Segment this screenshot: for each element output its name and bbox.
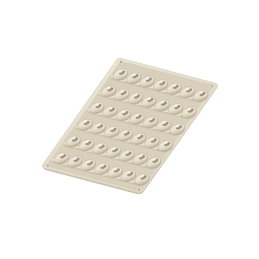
silicone-mold [39,57,220,197]
product-photo [0,0,259,259]
mold-svg [39,57,220,197]
